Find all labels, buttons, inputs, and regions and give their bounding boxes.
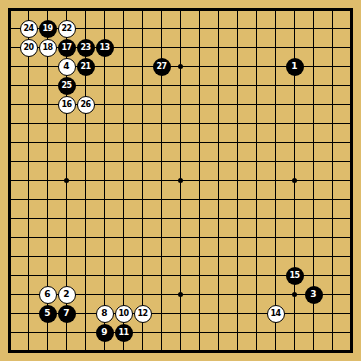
intersection: [95, 266, 114, 285]
intersection: [19, 133, 38, 152]
intersection: [76, 228, 95, 247]
intersection: 6: [38, 285, 57, 304]
intersection: [133, 247, 152, 266]
intersection: [57, 0, 76, 19]
intersection: [133, 323, 152, 342]
intersection: [152, 0, 171, 19]
white-stone: 6: [39, 286, 57, 304]
intersection: [285, 228, 304, 247]
intersection: [209, 38, 228, 57]
intersection: 9: [95, 323, 114, 342]
intersection: [247, 57, 266, 76]
intersection: [304, 209, 323, 228]
intersection: [304, 342, 323, 361]
intersection: [323, 209, 342, 228]
intersection: [38, 76, 57, 95]
intersection: [247, 247, 266, 266]
intersection: [133, 285, 152, 304]
intersection: [76, 304, 95, 323]
black-stone: 11: [115, 324, 133, 342]
intersection: [304, 323, 323, 342]
intersection: [304, 57, 323, 76]
intersection: [228, 266, 247, 285]
intersection: [323, 152, 342, 171]
intersection: 20: [19, 38, 38, 57]
star-point: [178, 178, 183, 183]
intersection: [266, 114, 285, 133]
intersection: [304, 76, 323, 95]
intersection: [209, 0, 228, 19]
move-number: 15: [289, 272, 299, 280]
intersection: [19, 76, 38, 95]
intersection: [152, 114, 171, 133]
intersection: [190, 152, 209, 171]
intersection: [342, 57, 361, 76]
intersection: [266, 190, 285, 209]
intersection: [247, 114, 266, 133]
intersection: [19, 57, 38, 76]
intersection: [190, 266, 209, 285]
intersection: [266, 152, 285, 171]
intersection: [323, 76, 342, 95]
star-point: [178, 64, 183, 69]
intersection: [38, 266, 57, 285]
intersection: [152, 285, 171, 304]
intersection: [304, 114, 323, 133]
intersection: [171, 133, 190, 152]
intersection: [190, 209, 209, 228]
intersection: [114, 133, 133, 152]
intersection: [342, 152, 361, 171]
intersection: [323, 247, 342, 266]
intersection: [190, 323, 209, 342]
intersection: [247, 133, 266, 152]
intersection: [0, 152, 19, 171]
intersection: [342, 342, 361, 361]
intersection: [190, 247, 209, 266]
black-stone: 21: [77, 58, 95, 76]
intersection: [323, 133, 342, 152]
black-stone: 7: [58, 305, 76, 323]
intersection: [57, 133, 76, 152]
intersection: [57, 152, 76, 171]
white-stone: 2: [58, 286, 76, 304]
intersection: [152, 76, 171, 95]
intersection: [114, 76, 133, 95]
intersection: [152, 209, 171, 228]
intersection: [57, 171, 76, 190]
move-number: 17: [61, 44, 71, 52]
intersection: [342, 323, 361, 342]
black-stone: 15: [286, 267, 304, 285]
intersection: [19, 228, 38, 247]
intersection: [114, 209, 133, 228]
intersection: [266, 133, 285, 152]
intersection: [247, 38, 266, 57]
intersection: [342, 133, 361, 152]
star-point: [64, 178, 69, 183]
intersection: [171, 323, 190, 342]
intersection: [342, 190, 361, 209]
intersection: [0, 114, 19, 133]
intersection: [171, 152, 190, 171]
intersection: [171, 114, 190, 133]
intersection: [114, 190, 133, 209]
move-number: 24: [23, 25, 33, 33]
intersection: [38, 152, 57, 171]
intersection: [19, 285, 38, 304]
intersection: [133, 38, 152, 57]
intersection: [95, 114, 114, 133]
white-stone: 16: [58, 96, 76, 114]
intersection: 21: [76, 57, 95, 76]
intersection: [323, 19, 342, 38]
intersection: [228, 76, 247, 95]
intersection: [0, 266, 19, 285]
intersection: [171, 247, 190, 266]
intersection: [19, 323, 38, 342]
intersection: [304, 190, 323, 209]
move-number: 20: [23, 44, 33, 52]
intersection: [133, 57, 152, 76]
intersection: [342, 19, 361, 38]
intersection: [95, 19, 114, 38]
intersection: [209, 323, 228, 342]
intersection: [95, 152, 114, 171]
intersection: [76, 323, 95, 342]
black-stone: 25: [58, 77, 76, 95]
intersection: [114, 152, 133, 171]
intersection: [57, 190, 76, 209]
black-stone: 27: [153, 58, 171, 76]
intersection: [285, 285, 304, 304]
intersection: [76, 342, 95, 361]
intersection: [266, 285, 285, 304]
intersection: [323, 228, 342, 247]
intersection: [285, 114, 304, 133]
intersection: [266, 57, 285, 76]
intersection: [190, 342, 209, 361]
intersection: [76, 152, 95, 171]
intersection: [95, 209, 114, 228]
intersection: [171, 285, 190, 304]
black-stone: 17: [58, 39, 76, 57]
intersection: [38, 57, 57, 76]
intersection: [114, 114, 133, 133]
intersection: [209, 228, 228, 247]
intersection: [285, 304, 304, 323]
intersection: [133, 95, 152, 114]
move-number: 25: [61, 82, 71, 90]
intersection: [19, 304, 38, 323]
intersection: [323, 38, 342, 57]
intersection: [247, 95, 266, 114]
intersection: [266, 323, 285, 342]
intersection: [0, 19, 19, 38]
intersection: [190, 190, 209, 209]
intersection: [228, 114, 247, 133]
black-stone: 1: [286, 58, 304, 76]
intersection: [304, 0, 323, 19]
intersection: [190, 19, 209, 38]
intersection: [228, 323, 247, 342]
intersection: [95, 228, 114, 247]
intersection: [133, 190, 152, 209]
black-stone: 9: [96, 324, 114, 342]
intersection: [171, 304, 190, 323]
intersection: [95, 342, 114, 361]
move-number: 22: [61, 25, 71, 33]
intersection: [152, 247, 171, 266]
intersection: [190, 38, 209, 57]
intersection: [247, 0, 266, 19]
intersection: 8: [95, 304, 114, 323]
intersection: [342, 38, 361, 57]
intersection: 3: [304, 285, 323, 304]
intersection: 13: [95, 38, 114, 57]
move-number: 8: [101, 309, 107, 318]
intersection: [209, 57, 228, 76]
move-number: 13: [99, 44, 109, 52]
intersection: [266, 0, 285, 19]
black-stone: 13: [96, 39, 114, 57]
intersection: [0, 0, 19, 19]
intersection: [209, 304, 228, 323]
intersection: [0, 285, 19, 304]
intersection: [152, 171, 171, 190]
intersection: [247, 76, 266, 95]
intersection: [247, 152, 266, 171]
move-number: 10: [118, 310, 128, 318]
move-number: 6: [44, 290, 50, 299]
intersection: [0, 57, 19, 76]
intersection: [323, 190, 342, 209]
intersection: [209, 19, 228, 38]
intersection: [228, 342, 247, 361]
intersection: [247, 171, 266, 190]
intersection: [19, 342, 38, 361]
intersection: [19, 209, 38, 228]
white-stone: 14: [267, 305, 285, 323]
white-stone: 12: [134, 305, 152, 323]
intersection: [228, 19, 247, 38]
intersection: [190, 171, 209, 190]
intersection: [342, 0, 361, 19]
intersection: [95, 95, 114, 114]
white-stone: 24: [20, 20, 38, 38]
intersection: [38, 342, 57, 361]
intersection: [228, 285, 247, 304]
intersection: [304, 38, 323, 57]
move-number: 9: [101, 328, 107, 337]
intersection: [285, 76, 304, 95]
white-stone: 10: [115, 305, 133, 323]
intersection: [266, 38, 285, 57]
star-point: [292, 178, 297, 183]
intersection: [304, 228, 323, 247]
intersection: [76, 285, 95, 304]
intersection: [228, 95, 247, 114]
intersection: [19, 266, 38, 285]
intersection: [247, 228, 266, 247]
intersection: [114, 285, 133, 304]
intersection: [266, 342, 285, 361]
intersection: [285, 152, 304, 171]
intersection: [209, 114, 228, 133]
intersection: [323, 95, 342, 114]
intersection: [228, 38, 247, 57]
intersection: [114, 171, 133, 190]
move-number: 2: [63, 290, 69, 299]
intersection: [342, 266, 361, 285]
intersection: [304, 304, 323, 323]
intersection: [285, 171, 304, 190]
intersection: [76, 209, 95, 228]
intersection: [19, 0, 38, 19]
intersection: [285, 247, 304, 266]
intersection: [0, 38, 19, 57]
intersection: [171, 209, 190, 228]
intersection: [0, 247, 19, 266]
intersection: [190, 57, 209, 76]
intersection: [209, 247, 228, 266]
intersection: [114, 19, 133, 38]
intersection: 11: [114, 323, 133, 342]
move-number: 7: [63, 309, 69, 318]
white-stone: 22: [58, 20, 76, 38]
intersection: 16: [57, 95, 76, 114]
intersection: [228, 133, 247, 152]
intersection: [190, 285, 209, 304]
intersection: [228, 209, 247, 228]
intersection: [76, 171, 95, 190]
intersection: [95, 285, 114, 304]
intersection: [209, 209, 228, 228]
intersection: [247, 266, 266, 285]
move-number: 26: [80, 101, 90, 109]
white-stone: 4: [58, 58, 76, 76]
intersection: [0, 133, 19, 152]
intersection: [209, 190, 228, 209]
intersection: [190, 133, 209, 152]
intersection: [247, 285, 266, 304]
intersection: [247, 190, 266, 209]
intersection: [38, 95, 57, 114]
move-number: 11: [118, 329, 128, 337]
intersection: [209, 171, 228, 190]
move-number: 3: [310, 290, 316, 299]
intersection: [285, 0, 304, 19]
intersection: [247, 323, 266, 342]
intersection: [228, 190, 247, 209]
intersection: [152, 38, 171, 57]
intersection: [342, 95, 361, 114]
intersection: [285, 19, 304, 38]
intersection: [19, 95, 38, 114]
intersection: [57, 323, 76, 342]
intersection: 10: [114, 304, 133, 323]
intersection: [266, 19, 285, 38]
intersection: [95, 76, 114, 95]
intersection: [114, 0, 133, 19]
intersection: [38, 114, 57, 133]
intersection: [38, 228, 57, 247]
intersection: [228, 152, 247, 171]
intersection: [0, 190, 19, 209]
white-stone: 18: [39, 39, 57, 57]
intersection: [171, 190, 190, 209]
intersection: [38, 171, 57, 190]
intersection: [171, 38, 190, 57]
move-number: 23: [80, 44, 90, 52]
intersection: [19, 190, 38, 209]
intersection: [342, 209, 361, 228]
intersection: 23: [76, 38, 95, 57]
intersection: [209, 95, 228, 114]
move-number: 12: [137, 310, 147, 318]
intersection: [190, 0, 209, 19]
intersection: [133, 19, 152, 38]
intersection: [342, 76, 361, 95]
intersection: 7: [57, 304, 76, 323]
black-stone: 5: [39, 305, 57, 323]
white-stone: 8: [96, 305, 114, 323]
intersection: [76, 133, 95, 152]
intersection: 22: [57, 19, 76, 38]
intersection: 15: [285, 266, 304, 285]
intersection: [152, 19, 171, 38]
intersection: [285, 190, 304, 209]
intersection: [304, 266, 323, 285]
intersection: [266, 266, 285, 285]
intersection: [285, 342, 304, 361]
intersection: [323, 57, 342, 76]
intersection: [266, 228, 285, 247]
intersection: [152, 95, 171, 114]
go-board: 2419222018172313421271251626156235781012…: [0, 0, 361, 361]
intersection: [114, 342, 133, 361]
intersection: [228, 57, 247, 76]
intersection: [228, 228, 247, 247]
intersection: [114, 266, 133, 285]
star-point: [178, 292, 183, 297]
intersection: [152, 152, 171, 171]
intersection: [285, 133, 304, 152]
move-number: 1: [291, 62, 297, 71]
intersection: [76, 190, 95, 209]
intersection: [304, 152, 323, 171]
intersection: [95, 171, 114, 190]
move-number: 19: [42, 25, 52, 33]
move-number: 27: [156, 63, 166, 71]
intersection: [57, 266, 76, 285]
intersection: [323, 266, 342, 285]
intersection: [76, 76, 95, 95]
intersection: [228, 304, 247, 323]
intersection: [209, 76, 228, 95]
intersection: [38, 209, 57, 228]
intersection: [304, 19, 323, 38]
intersection: [152, 228, 171, 247]
intersection: [152, 266, 171, 285]
intersection: [342, 171, 361, 190]
intersection: 26: [76, 95, 95, 114]
intersection: [171, 266, 190, 285]
intersection: [323, 304, 342, 323]
intersection: 27: [152, 57, 171, 76]
intersection: [247, 342, 266, 361]
intersection: [266, 76, 285, 95]
